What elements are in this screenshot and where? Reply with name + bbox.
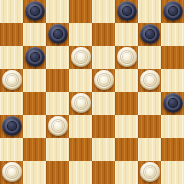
piece-center xyxy=(8,76,16,84)
piece-ring xyxy=(166,96,180,110)
piece-ring xyxy=(5,165,19,179)
white-man-piece[interactable] xyxy=(2,162,22,182)
square-c2 xyxy=(46,138,69,161)
piece-ring xyxy=(97,73,111,87)
piece-ring xyxy=(51,27,65,41)
square-b6[interactable] xyxy=(23,46,46,69)
piece-center xyxy=(169,7,177,15)
square-a6 xyxy=(0,46,23,69)
square-h4[interactable] xyxy=(161,92,184,115)
square-d5 xyxy=(69,69,92,92)
square-e4 xyxy=(92,92,115,115)
square-f6[interactable] xyxy=(115,46,138,69)
piece-center xyxy=(8,168,16,176)
piece-ring xyxy=(5,119,19,133)
piece-center xyxy=(146,30,154,38)
white-man-piece[interactable] xyxy=(71,93,91,113)
black-man-piece[interactable] xyxy=(48,24,68,44)
square-b5 xyxy=(23,69,46,92)
square-b1 xyxy=(23,161,46,184)
piece-ring xyxy=(120,4,134,18)
square-c5[interactable] xyxy=(46,69,69,92)
piece-center xyxy=(77,99,85,107)
piece-ring xyxy=(74,96,88,110)
square-a3[interactable] xyxy=(0,115,23,138)
piece-center xyxy=(31,7,39,15)
white-man-piece[interactable] xyxy=(140,162,160,182)
white-man-piece[interactable] xyxy=(94,70,114,90)
piece-ring xyxy=(143,165,157,179)
square-d8[interactable] xyxy=(69,0,92,23)
white-man-piece[interactable] xyxy=(48,116,68,136)
checkers-board xyxy=(0,0,184,184)
square-g5[interactable] xyxy=(138,69,161,92)
square-d4[interactable] xyxy=(69,92,92,115)
square-f2[interactable] xyxy=(115,138,138,161)
piece-center xyxy=(54,30,62,38)
square-g6 xyxy=(138,46,161,69)
black-man-piece[interactable] xyxy=(163,1,183,21)
square-g7[interactable] xyxy=(138,23,161,46)
piece-center xyxy=(169,99,177,107)
square-e5[interactable] xyxy=(92,69,115,92)
square-a7[interactable] xyxy=(0,23,23,46)
square-c1[interactable] xyxy=(46,161,69,184)
black-man-piece[interactable] xyxy=(117,1,137,21)
piece-center xyxy=(31,53,39,61)
square-f4[interactable] xyxy=(115,92,138,115)
square-g2 xyxy=(138,138,161,161)
piece-ring xyxy=(143,73,157,87)
square-e8 xyxy=(92,0,115,23)
square-a1[interactable] xyxy=(0,161,23,184)
square-a5[interactable] xyxy=(0,69,23,92)
piece-center xyxy=(100,76,108,84)
piece-ring xyxy=(166,4,180,18)
white-man-piece[interactable] xyxy=(2,70,22,90)
piece-ring xyxy=(28,4,42,18)
piece-center xyxy=(146,168,154,176)
square-f8[interactable] xyxy=(115,0,138,23)
square-h2[interactable] xyxy=(161,138,184,161)
piece-ring xyxy=(28,50,42,64)
piece-ring xyxy=(143,27,157,41)
square-h7 xyxy=(161,23,184,46)
square-d6[interactable] xyxy=(69,46,92,69)
square-d3 xyxy=(69,115,92,138)
white-man-piece[interactable] xyxy=(140,70,160,90)
square-e6 xyxy=(92,46,115,69)
piece-center xyxy=(123,7,131,15)
black-man-piece[interactable] xyxy=(25,47,45,67)
piece-ring xyxy=(120,50,134,64)
square-c7[interactable] xyxy=(46,23,69,46)
square-a2 xyxy=(0,138,23,161)
piece-center xyxy=(8,122,16,130)
square-b2[interactable] xyxy=(23,138,46,161)
piece-center xyxy=(77,53,85,61)
square-f7 xyxy=(115,23,138,46)
square-f3 xyxy=(115,115,138,138)
white-man-piece[interactable] xyxy=(117,47,137,67)
square-b3 xyxy=(23,115,46,138)
square-e1[interactable] xyxy=(92,161,115,184)
square-e2 xyxy=(92,138,115,161)
piece-ring xyxy=(51,119,65,133)
square-b4[interactable] xyxy=(23,92,46,115)
square-e3[interactable] xyxy=(92,115,115,138)
black-man-piece[interactable] xyxy=(2,116,22,136)
square-d1 xyxy=(69,161,92,184)
square-b8[interactable] xyxy=(23,0,46,23)
square-c4 xyxy=(46,92,69,115)
white-man-piece[interactable] xyxy=(71,47,91,67)
black-man-piece[interactable] xyxy=(140,24,160,44)
square-f5 xyxy=(115,69,138,92)
black-man-piece[interactable] xyxy=(25,1,45,21)
black-man-piece[interactable] xyxy=(163,93,183,113)
square-h3 xyxy=(161,115,184,138)
square-g3[interactable] xyxy=(138,115,161,138)
square-h5 xyxy=(161,69,184,92)
square-c8 xyxy=(46,0,69,23)
square-g4 xyxy=(138,92,161,115)
square-h1 xyxy=(161,161,184,184)
piece-center xyxy=(54,122,62,130)
square-d7 xyxy=(69,23,92,46)
piece-ring xyxy=(5,73,19,87)
piece-ring xyxy=(74,50,88,64)
square-c6 xyxy=(46,46,69,69)
piece-center xyxy=(123,53,131,61)
square-g1[interactable] xyxy=(138,161,161,184)
square-h8[interactable] xyxy=(161,0,184,23)
piece-center xyxy=(146,76,154,84)
square-e7[interactable] xyxy=(92,23,115,46)
square-d2[interactable] xyxy=(69,138,92,161)
square-a8 xyxy=(0,0,23,23)
square-h6[interactable] xyxy=(161,46,184,69)
square-a4 xyxy=(0,92,23,115)
square-f1 xyxy=(115,161,138,184)
square-b7 xyxy=(23,23,46,46)
square-g8 xyxy=(138,0,161,23)
square-c3[interactable] xyxy=(46,115,69,138)
